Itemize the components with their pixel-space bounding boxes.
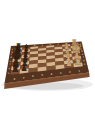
- chess-set-photo: 88aa77bb66cc55dd44ee33ff22gg11hh ♜♞♝♛♚♝♞…: [0, 0, 95, 126]
- frame-coordinate: 1: [78, 70, 80, 73]
- chess-board: 88aa77bb66cc55dd44ee33ff22gg11hh: [0, 0, 95, 126]
- frame-coordinate: 7: [23, 77, 25, 80]
- frame-coordinate: 3: [60, 72, 62, 75]
- frame-coordinate: 8: [13, 78, 15, 81]
- frame-coordinate: h: [84, 63, 86, 66]
- frame-coordinate: 5: [41, 74, 43, 77]
- frame-coordinate: 6: [32, 75, 34, 78]
- frame-coordinate: 4: [50, 73, 52, 76]
- frame-coordinate: 2: [69, 71, 71, 74]
- frame-coordinate: f: [9, 63, 10, 66]
